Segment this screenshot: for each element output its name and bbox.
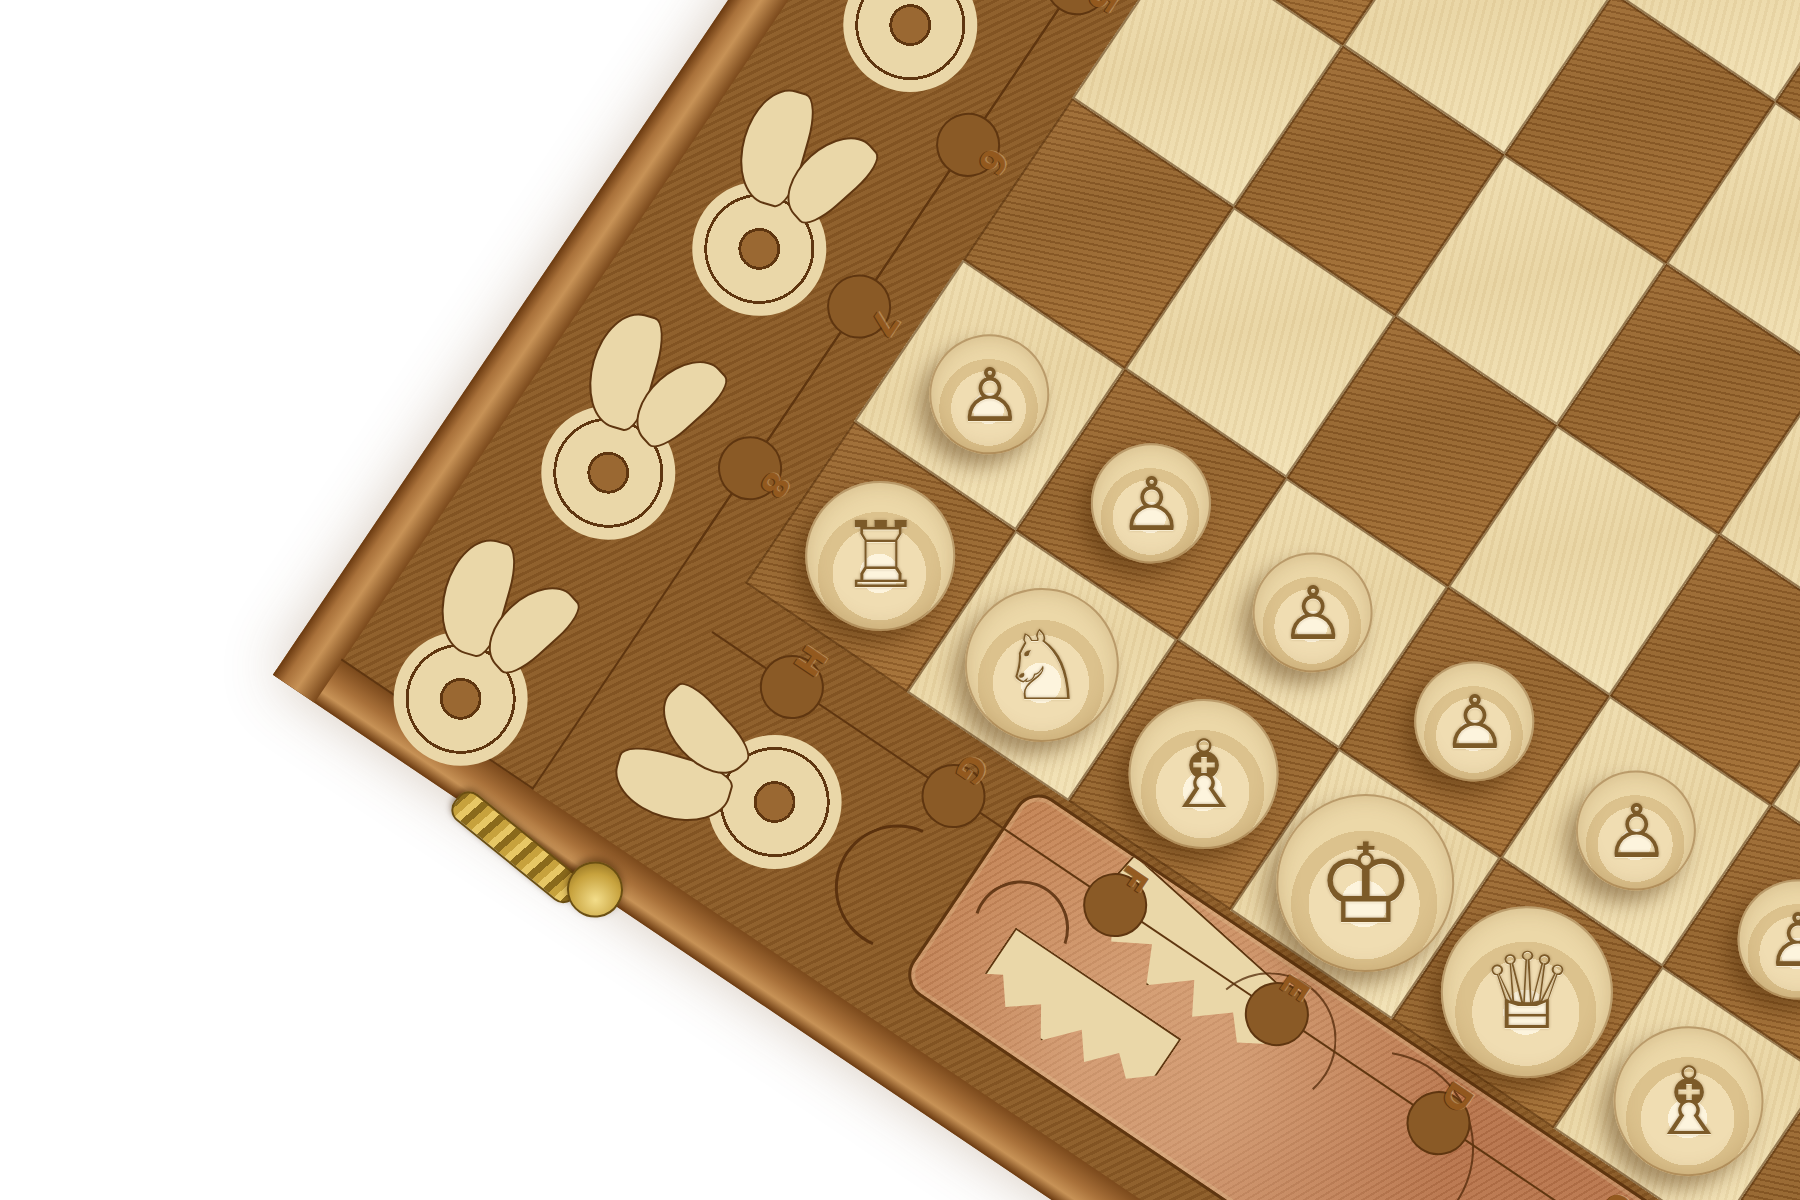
white-pawn-f7[interactable]: ♙ bbox=[1229, 530, 1396, 697]
bishop-glyph: ♗ bbox=[1162, 728, 1246, 822]
queen-glyph: ♕ bbox=[1479, 940, 1574, 1046]
white-pawn-c7[interactable]: ♙ bbox=[1714, 857, 1800, 1024]
knight-glyph: ♘ bbox=[999, 618, 1085, 714]
pawn-glyph: ♙ bbox=[1441, 685, 1507, 759]
pawn-glyph: ♙ bbox=[1765, 903, 1800, 977]
pawn-glyph: ♙ bbox=[1603, 794, 1669, 868]
pawn-glyph: ♙ bbox=[1280, 576, 1346, 650]
photo-canvas: { "game": "chess", "scene": "Overhead ph… bbox=[0, 0, 1800, 1200]
white-pawn-h7[interactable]: ♙ bbox=[906, 312, 1073, 479]
pawn-glyph: ♙ bbox=[1118, 467, 1184, 541]
king-glyph: ♔ bbox=[1316, 829, 1415, 939]
white-pawn-d7[interactable]: ♙ bbox=[1553, 748, 1720, 915]
pawn-glyph: ♙ bbox=[956, 358, 1022, 432]
clasp-knob-icon bbox=[556, 851, 634, 929]
white-pawn-g7[interactable]: ♙ bbox=[1068, 421, 1235, 588]
white-pawn-e7[interactable]: ♙ bbox=[1391, 639, 1558, 806]
chess-box-lid: HGFEDCBA 87654321 ♗♕♔♗♘♖♙♙♙♙♙♙ bbox=[273, 0, 1800, 1200]
bishop-glyph: ♗ bbox=[1647, 1055, 1731, 1149]
rook-glyph: ♖ bbox=[839, 511, 921, 603]
